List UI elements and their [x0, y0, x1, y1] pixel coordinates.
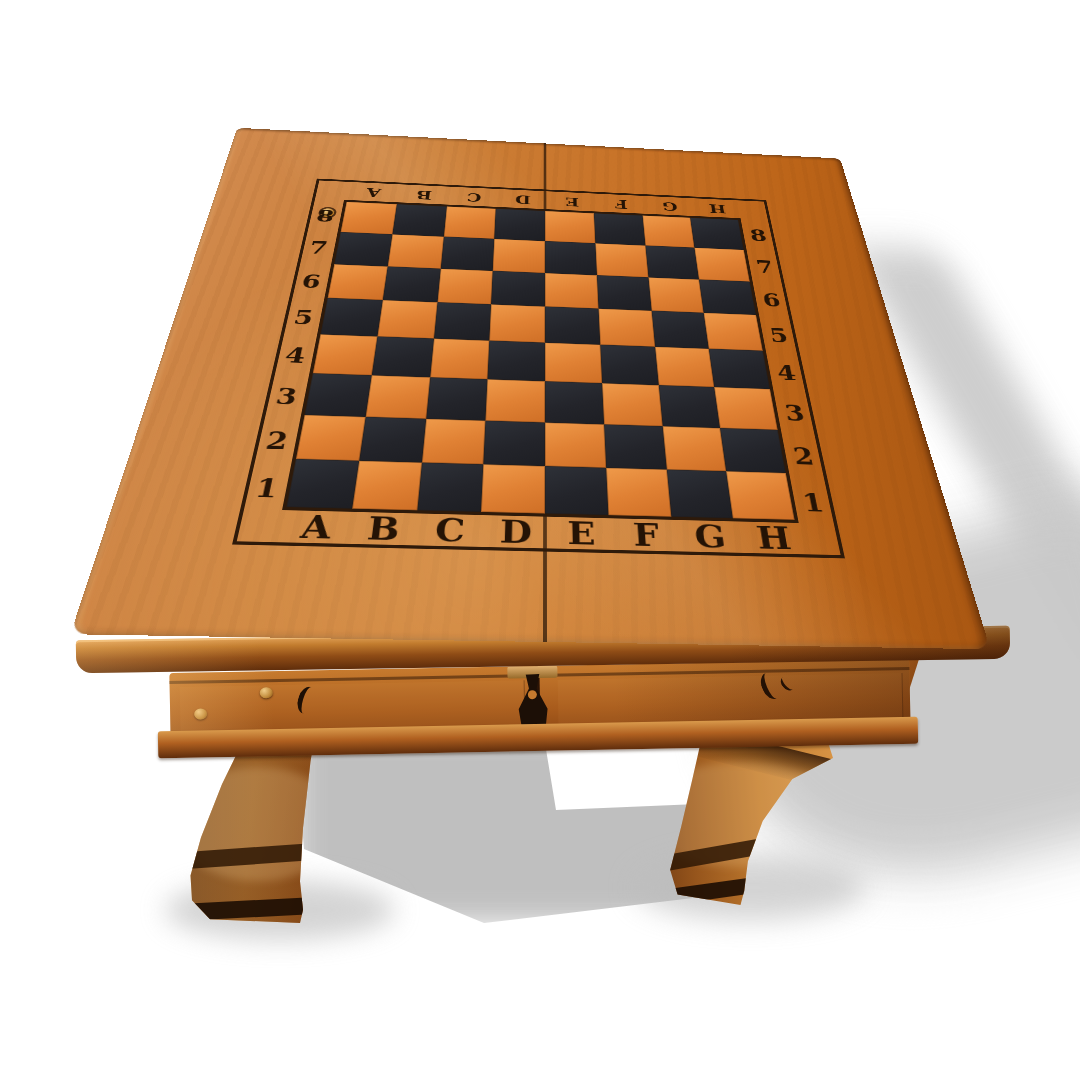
square-a3[interactable] — [305, 373, 372, 416]
square-f8[interactable] — [594, 213, 645, 245]
square-d6[interactable] — [491, 271, 545, 307]
rank-label-right-5: 5 — [761, 317, 797, 355]
rank-label-right-4: 4 — [768, 353, 806, 393]
square-g8[interactable] — [642, 215, 694, 247]
square-f7[interactable] — [595, 243, 648, 277]
square-c8[interactable] — [444, 206, 496, 238]
square-f2[interactable] — [604, 424, 667, 470]
square-h4[interactable] — [709, 349, 770, 389]
brass-knob — [260, 687, 273, 698]
square-a7[interactable] — [334, 232, 392, 266]
square-h5[interactable] — [704, 313, 763, 351]
square-f6[interactable] — [597, 275, 652, 311]
square-d2[interactable] — [484, 420, 545, 466]
square-e2[interactable] — [545, 422, 606, 468]
square-h8[interactable] — [690, 218, 743, 250]
chess-table-scene: ABCDEFGH ABCDEFGH 87654321 87654321 — [0, 0, 1080, 1080]
file-label-bottom-e: E — [549, 517, 615, 549]
square-g5[interactable] — [651, 311, 709, 349]
square-c2[interactable] — [422, 418, 486, 464]
square-b1[interactable] — [352, 461, 422, 510]
rank-label-left-8: 8 — [308, 200, 342, 232]
rank-label-right-6: 6 — [754, 283, 789, 318]
square-e4[interactable] — [545, 343, 602, 383]
file-label-bottom-c: C — [416, 513, 484, 545]
square-e3[interactable] — [545, 381, 604, 424]
square-b5[interactable] — [377, 300, 437, 338]
brass-pin — [194, 708, 207, 719]
latch-plate — [507, 666, 557, 679]
square-b2[interactable] — [359, 417, 426, 463]
square-b3[interactable] — [365, 375, 429, 418]
square-c7[interactable] — [440, 236, 494, 270]
rank-label-left-6: 6 — [292, 264, 329, 300]
square-g3[interactable] — [658, 385, 720, 428]
square-b6[interactable] — [383, 266, 441, 302]
square-f1[interactable] — [606, 468, 671, 517]
square-d4[interactable] — [488, 341, 545, 381]
rank-label-right-8: 8 — [742, 220, 774, 252]
square-f4[interactable] — [600, 345, 658, 385]
hook-mark-left-icon — [294, 684, 320, 716]
square-g6[interactable] — [648, 277, 704, 313]
square-g1[interactable] — [666, 470, 733, 519]
square-d1[interactable] — [481, 464, 545, 513]
square-b7[interactable] — [388, 234, 444, 268]
square-h2[interactable] — [720, 428, 786, 473]
square-e6[interactable] — [545, 273, 598, 309]
square-f5[interactable] — [598, 309, 654, 347]
front-left-leg — [183, 733, 333, 923]
file-label-bottom-b: B — [348, 512, 418, 544]
rank-label-left-7: 7 — [300, 231, 336, 265]
square-g2[interactable] — [662, 426, 726, 472]
square-d8[interactable] — [494, 209, 545, 241]
latch-hole — [528, 690, 537, 699]
square-e7[interactable] — [545, 241, 597, 275]
square-d5[interactable] — [490, 304, 545, 342]
hook-mark-right-icon — [757, 669, 785, 702]
file-label-bottom-g: G — [677, 520, 744, 551]
square-g7[interactable] — [645, 245, 699, 279]
square-a6[interactable] — [328, 264, 388, 300]
tabletop-surface: ABCDEFGH ABCDEFGH 87654321 87654321 — [70, 128, 990, 649]
square-f3[interactable] — [602, 383, 662, 426]
rank-label-right-3: 3 — [775, 392, 814, 435]
square-g4[interactable] — [655, 347, 715, 387]
square-c3[interactable] — [426, 377, 488, 420]
square-d3[interactable] — [486, 379, 545, 422]
square-e5[interactable] — [545, 307, 600, 345]
square-c1[interactable] — [417, 463, 484, 512]
square-h7[interactable] — [695, 248, 750, 282]
hook-mark-right-small-icon — [778, 673, 798, 693]
file-label-bottom-d: D — [482, 515, 548, 547]
square-a8[interactable] — [341, 202, 397, 234]
file-label-bottom-h: H — [740, 522, 808, 553]
board-grid — [282, 200, 799, 523]
chessboard: ABCDEFGH ABCDEFGH 87654321 87654321 — [232, 179, 845, 559]
square-h1[interactable] — [726, 471, 794, 519]
front-right-leg — [648, 730, 833, 905]
square-a2[interactable] — [296, 415, 366, 461]
square-c5[interactable] — [434, 302, 492, 340]
square-b8[interactable] — [392, 204, 446, 236]
square-c4[interactable] — [430, 339, 490, 380]
square-c6[interactable] — [437, 268, 493, 304]
file-label-bottom-f: F — [613, 518, 680, 549]
square-h3[interactable] — [714, 387, 777, 430]
square-e8[interactable] — [545, 211, 595, 243]
leg-foot-band — [637, 864, 844, 908]
rank-label-right-7: 7 — [748, 250, 782, 283]
square-a1[interactable] — [286, 459, 359, 509]
square-h6[interactable] — [699, 279, 756, 315]
square-a4[interactable] — [313, 334, 377, 375]
square-b4[interactable] — [372, 336, 434, 377]
shadow-right-foot — [635, 855, 865, 920]
rank-label-right-2: 2 — [783, 434, 824, 479]
square-e1[interactable] — [545, 466, 608, 515]
square-a5[interactable] — [320, 298, 382, 336]
file-label-bottom-a: A — [280, 510, 353, 542]
square-d7[interactable] — [493, 239, 545, 273]
